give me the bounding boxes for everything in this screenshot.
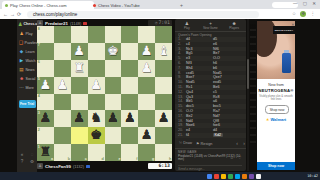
square-b3[interactable]: [54, 110, 71, 127]
move-nav-arrows[interactable]: ‹ ›: [236, 140, 247, 146]
white-king-e7[interactable]: ♚: [105, 43, 122, 60]
square-a6[interactable]: 6: [37, 60, 54, 77]
ad-close-icon[interactable]: ✕: [291, 22, 294, 27]
square-d3[interactable]: ♞: [88, 110, 105, 127]
browser-toolbar-icons[interactable]: ☆ ❖ ⋮: [292, 11, 317, 16]
black-pawn-g2[interactable]: ♟: [138, 127, 155, 144]
square-h8[interactable]: [155, 26, 172, 43]
settings-icon[interactable]: ⚙: [30, 159, 34, 164]
square-d1[interactable]: d: [88, 144, 105, 161]
more-icon: ⋯: [19, 85, 24, 90]
square-c1[interactable]: c: [71, 144, 88, 161]
square-b2[interactable]: [54, 127, 71, 144]
square-a1[interactable]: 1a♜: [37, 144, 54, 161]
square-b5[interactable]: ♟: [54, 77, 71, 94]
chesscom-logo[interactable]: ♟ Chess.com: [18, 21, 37, 27]
square-e6[interactable]: [105, 60, 122, 77]
ad-logo-box: NEUTROGENA: [273, 26, 295, 34]
square-g3[interactable]: [138, 110, 155, 127]
side-rail: [250, 24, 256, 144]
chess-board[interactable]: 87♟♚♟♝6♜♟5♟♟♟43♟♟♞♟♟♟2♚♟1a♜bcdefgh: [37, 26, 172, 161]
reaction-icons[interactable]: ☺ ♡: [230, 155, 243, 160]
ad-shop-button[interactable]: Shop now: [265, 105, 289, 114]
sidebar-item-puzzles[interactable]: ❑Puzzles: [17, 38, 37, 47]
square-b8[interactable]: [54, 26, 71, 43]
square-g7[interactable]: ♟: [138, 43, 155, 60]
sidebar-item-play[interactable]: ♟Play: [17, 29, 37, 38]
black-pawn-a3[interactable]: ♟: [37, 110, 54, 127]
panel-tab-label: Players: [229, 26, 239, 30]
square-h4[interactable]: [155, 94, 172, 111]
sidebar-item-label: Play: [26, 32, 33, 36]
square-c4[interactable]: [71, 94, 88, 111]
square-a3[interactable]: 3♟: [37, 110, 54, 127]
logo-text: Chess.com: [23, 22, 37, 26]
sidebar-item-watch[interactable]: ▶Watch: [17, 56, 37, 65]
move-list[interactable]: 1.d4d52.c4e63.Nc3Nf64.Bg5Be75.e3O-O6.Nf3…: [175, 37, 246, 138]
square-f1[interactable]: f: [121, 144, 138, 161]
square-e3[interactable]: ♟: [105, 110, 122, 127]
taskbar-app-icon[interactable]: [214, 174, 219, 179]
clock-icon: ◷: [155, 20, 157, 25]
square-f8[interactable]: [121, 26, 138, 43]
black-knight-d3[interactable]: ♞: [88, 110, 105, 127]
square-a8[interactable]: 8: [37, 26, 54, 43]
walmart-spark-icon: ✶: [266, 117, 269, 122]
search-icon[interactable]: ◌: [31, 152, 34, 157]
file-label: b: [68, 157, 70, 161]
sidebar-item-learn[interactable]: ◆Learn: [17, 47, 37, 56]
free-trial-button[interactable]: Free Trial: [19, 100, 36, 108]
panel-tab-new-game[interactable]: +New Game: [199, 20, 223, 31]
play-icon: ♟: [185, 21, 189, 26]
white-move[interactable]: f4: [186, 133, 213, 138]
square-d5[interactable]: ♟: [88, 77, 105, 94]
black-pawn-e3[interactable]: ♟: [105, 110, 122, 127]
white-pawn-d5[interactable]: ♟: [88, 77, 105, 94]
rank-label: 7: [38, 43, 40, 47]
taskbar-app-icon[interactable]: [242, 174, 247, 179]
play-icon: ♟: [19, 31, 24, 36]
panel-tabs: ♟Play+New Game☻Players: [175, 20, 246, 32]
ad-eyebrow: New from: [257, 83, 295, 87]
square-c2[interactable]: [71, 127, 88, 144]
square-d2[interactable]: ♚: [88, 127, 105, 144]
square-f4[interactable]: [121, 94, 138, 111]
puzzles-icon: ❑: [19, 40, 23, 45]
white-rook-c6[interactable]: ♜: [71, 60, 88, 77]
square-g2[interactable]: ♟: [138, 127, 155, 144]
logo-pawn-icon: ♟: [18, 21, 22, 27]
square-b1[interactable]: b: [54, 144, 71, 161]
file-label: c: [85, 157, 87, 161]
top-player-flag-icon: [83, 22, 87, 25]
sidebar-item-news[interactable]: ▤News: [17, 65, 37, 74]
bottom-player-clock: 6:13: [148, 163, 172, 170]
taskbar-tray-time: 10:42: [307, 174, 318, 178]
ad-cta-button[interactable]: Shop now: [257, 162, 295, 170]
sidebar-item-label: Puzzles: [25, 41, 37, 45]
collapse-icon[interactable]: «: [21, 152, 24, 157]
opening-name: Queen's Pawn Opening: [178, 33, 243, 37]
square-d6[interactable]: [88, 60, 105, 77]
file-label: f: [136, 157, 137, 161]
top-player-rating: (1148): [70, 21, 81, 26]
ad-brand: NEUTROGENA®: [257, 88, 295, 93]
panel-scrollbar[interactable]: [247, 19, 249, 171]
file-label: e: [118, 157, 120, 161]
watch-icon: ▶: [19, 58, 24, 63]
taskbar-app-icon[interactable]: [249, 174, 254, 179]
ad-subtext: Visibly plump skin & smooth fine lines: [259, 95, 293, 102]
square-g1[interactable]: g: [138, 144, 155, 161]
panel-tab-play[interactable]: ♟Play: [175, 20, 199, 31]
new-game-icon: +: [209, 21, 212, 26]
social-icon: ☻: [19, 76, 24, 81]
sidebar-item-social[interactable]: ☻Social: [17, 74, 37, 83]
square-h6[interactable]: [155, 60, 172, 77]
window-controls[interactable]: — ▢ ✕: [293, 1, 318, 6]
players-icon: ☻: [232, 21, 237, 26]
sidebar-menu: ♟Play❑Puzzles◆Learn▶Watch▤News☻Social⋯Mo…: [17, 29, 37, 92]
ad-retailer: ✶ Walmart: [257, 117, 295, 122]
square-e1[interactable]: e: [105, 144, 122, 161]
taskbar-app-icon[interactable]: [256, 174, 261, 179]
square-f5[interactable]: [121, 77, 138, 94]
browser-tab-video[interactable]: Chess Video - YouTube: [90, 1, 182, 9]
square-e2[interactable]: [105, 127, 122, 144]
square-f3[interactable]: ♟: [121, 110, 138, 127]
square-h5[interactable]: [155, 77, 172, 94]
bottom-player-flag-icon: [86, 165, 90, 168]
square-g8[interactable]: [138, 26, 155, 43]
bottom-player-name[interactable]: ChessFan99: [45, 164, 71, 169]
square-h2[interactable]: [155, 127, 172, 144]
square-c6[interactable]: ♜: [71, 60, 88, 77]
rank-label: 6: [38, 60, 40, 64]
move-number: 21.: [175, 133, 186, 138]
square-f7[interactable]: [121, 43, 138, 60]
file-label: g: [152, 157, 154, 161]
square-g6[interactable]: ♟: [138, 60, 155, 77]
game-controls: ½ Draw ⚑ Resign ‹ ›: [175, 139, 250, 147]
url-field[interactable]: chess.com/play/online: [27, 11, 259, 18]
square-d8[interactable]: [88, 26, 105, 43]
square-g4[interactable]: [138, 94, 155, 111]
square-a7[interactable]: 7: [37, 43, 54, 60]
black-rook-a1[interactable]: ♜: [37, 144, 54, 161]
square-d7[interactable]: [88, 43, 105, 60]
file-label: h: [169, 157, 171, 161]
square-c7[interactable]: ♟: [71, 43, 88, 60]
square-h7[interactable]: ♝: [155, 43, 172, 60]
white-pawn-g7[interactable]: ♟: [138, 43, 155, 60]
chat-input[interactable]: Send a message...: [178, 165, 242, 171]
panel-tab-players[interactable]: ☻Players: [222, 20, 246, 31]
sidebar-bottom-icons: «◌?⚙: [17, 152, 37, 164]
white-pawn-b5[interactable]: ♟: [54, 77, 71, 94]
taskbar-app-icon[interactable]: [207, 174, 212, 179]
scrollbar-thumb[interactable]: [247, 59, 249, 89]
top-player-name[interactable]: Predator21: [45, 21, 68, 26]
square-a2[interactable]: 2: [37, 127, 54, 144]
square-c8[interactable]: [71, 26, 88, 43]
rank-label: 8: [38, 27, 40, 31]
black-pawn-h3[interactable]: ♟: [155, 110, 172, 127]
black-king-d2[interactable]: ♚: [88, 127, 105, 144]
help-icon[interactable]: ?: [21, 159, 24, 164]
ad-panel[interactable]: NEUTROGENA ✕ New from NEUTROGENA® Visibl…: [257, 21, 295, 170]
bottom-player-avatar[interactable]: ♟: [37, 163, 43, 169]
taskbar-app-icon[interactable]: [221, 174, 226, 179]
square-e5[interactable]: [105, 77, 122, 94]
move-row: 21.f4Kd2: [175, 133, 246, 138]
resign-button[interactable]: ⚑ Resign: [196, 141, 212, 146]
sidebar-item-label: Social: [26, 77, 36, 81]
reload-icon[interactable]: ⟳: [17, 11, 21, 17]
panel-tab-label: New Game: [203, 26, 217, 30]
square-c5[interactable]: [71, 77, 88, 94]
new-tab-button[interactable]: +: [180, 2, 183, 8]
square-f6[interactable]: [121, 60, 138, 77]
panel-tab-label: Play: [184, 26, 190, 30]
bottom-player-bar: ♟ ChessFan99 (1132) 6:13: [37, 163, 172, 170]
sidebar-item-label: News: [26, 68, 35, 72]
forward-icon[interactable]: →: [10, 11, 15, 17]
square-a4[interactable]: 4: [37, 94, 54, 111]
square-b7[interactable]: [54, 43, 71, 60]
square-d4[interactable]: [88, 94, 105, 111]
last-move-highlight[interactable]: Kd2: [213, 133, 223, 137]
sidebar-item-more[interactable]: ⋯More: [17, 83, 37, 92]
sidebar-item-label: Watch: [26, 59, 36, 63]
rank-label: 4: [38, 94, 40, 98]
taskbar: 10:42: [0, 172, 320, 180]
square-a5[interactable]: 5♟: [37, 77, 54, 94]
sidebar-item-label: Learn: [26, 50, 35, 54]
square-b4[interactable]: [54, 94, 71, 111]
sidebar-item-label: More: [26, 86, 34, 90]
square-g5[interactable]: [138, 77, 155, 94]
rank-label: 2: [38, 128, 40, 132]
square-e7[interactable]: ♚: [105, 43, 122, 60]
tab-title: Chess Video - YouTube: [98, 3, 140, 8]
learn-icon: ◆: [19, 49, 24, 54]
white-pawn-c7[interactable]: ♟: [71, 43, 88, 60]
browser-tab-chess[interactable]: Play Chess Online - Chess.com: [2, 1, 94, 9]
white-bishop-h7[interactable]: ♝: [155, 43, 172, 60]
news-icon: ▤: [19, 67, 24, 72]
file-label: d: [101, 157, 103, 161]
desktop-screenshot: Play Chess Online - Chess.com Chess Vide…: [0, 0, 320, 180]
square-h3[interactable]: ♟: [155, 110, 172, 127]
ad-product-bottle: [282, 53, 291, 73]
square-b6[interactable]: [54, 60, 71, 77]
back-icon[interactable]: ←: [3, 11, 8, 17]
square-f2[interactable]: [121, 127, 138, 144]
square-c3[interactable]: ♟: [71, 110, 88, 127]
black-pawn-c3[interactable]: ♟: [71, 110, 88, 127]
bottom-player-rating: (1132): [73, 164, 84, 169]
browser-tab-bar: Play Chess Online - Chess.com Chess Vide…: [0, 0, 320, 9]
taskbar-icons: [207, 174, 261, 179]
square-e8[interactable]: [105, 26, 122, 43]
draw-button[interactable]: ½ Draw: [179, 141, 192, 145]
square-e4[interactable]: [105, 94, 122, 111]
black-pawn-f3[interactable]: ♟: [121, 110, 138, 127]
taskbar-app-icon[interactable]: [235, 174, 240, 179]
chesscom-favicon: [5, 4, 8, 7]
white-pawn-a5[interactable]: ♟: [37, 77, 54, 94]
taskbar-app-icon[interactable]: [228, 174, 233, 179]
black-move[interactable]: Kd2: [213, 133, 240, 138]
game-panel: ♟Play+New Game☻Players Queen's Pawn Open…: [175, 19, 246, 171]
white-pawn-g6[interactable]: ♟: [138, 60, 155, 77]
square-h1[interactable]: h: [155, 144, 172, 161]
tab-title: Play Chess Online - Chess.com: [10, 3, 66, 8]
youtube-favicon: [93, 4, 96, 7]
